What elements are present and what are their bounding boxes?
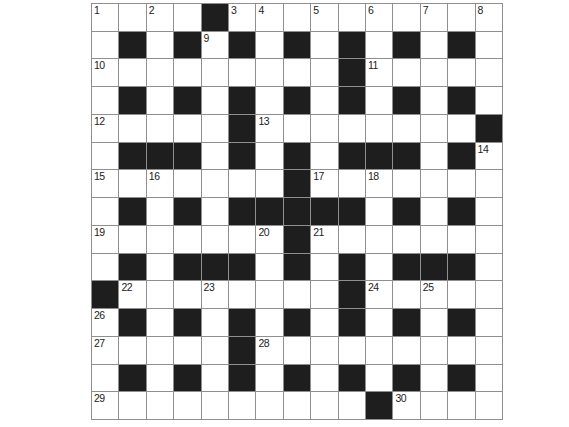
- white-cell-r9c14[interactable]: [448, 226, 474, 253]
- white-cell-r5c8[interactable]: [284, 115, 310, 142]
- clue-number-23: 23: [204, 281, 215, 293]
- clue-number-7: 7: [423, 4, 428, 16]
- white-cell-r5c10[interactable]: [339, 115, 365, 142]
- white-cell-r12c5[interactable]: [202, 309, 228, 336]
- white-cell-r5c11[interactable]: [366, 115, 392, 142]
- black-cell-r6c11: [366, 143, 392, 170]
- white-cell-r5c12[interactable]: [393, 115, 419, 142]
- black-cell-r4c8: [284, 87, 310, 114]
- black-cell-r8c7: [256, 198, 282, 225]
- white-cell-r4c5[interactable]: [202, 87, 228, 114]
- black-cell-r8c12: [393, 198, 419, 225]
- white-cell-r6c13[interactable]: [421, 143, 447, 170]
- white-cell-r5c5[interactable]: [202, 115, 228, 142]
- black-cell-r10c2: [119, 254, 145, 281]
- clue-number-6: 6: [368, 4, 373, 16]
- white-cell-r9c11[interactable]: [366, 226, 392, 253]
- white-cell-r9c3[interactable]: [147, 226, 173, 253]
- white-cell-r9c15[interactable]: [476, 226, 502, 253]
- black-cell-r8c10: [339, 198, 365, 225]
- black-cell-r10c6: [229, 254, 255, 281]
- white-cell-r15c3[interactable]: [147, 392, 173, 419]
- white-cell-r8c5[interactable]: [202, 198, 228, 225]
- black-cell-r14c2: [119, 365, 145, 392]
- white-cell-r3c15[interactable]: [476, 59, 502, 86]
- clue-number-10: 10: [94, 59, 105, 71]
- white-cell-r14c5[interactable]: [202, 365, 228, 392]
- black-cell-r6c14: [448, 143, 474, 170]
- white-cell-r9c7[interactable]: 20: [256, 226, 282, 253]
- clue-number-5: 5: [313, 4, 318, 16]
- clue-number-8: 8: [478, 4, 483, 16]
- white-cell-r7c10[interactable]: [339, 170, 365, 197]
- black-cell-r11c10: [339, 281, 365, 308]
- white-cell-r13c7[interactable]: 28: [256, 337, 282, 364]
- white-cell-r7c2[interactable]: [119, 170, 145, 197]
- black-cell-r6c3: [147, 143, 173, 170]
- white-cell-r15c8[interactable]: [284, 392, 310, 419]
- clue-number-20: 20: [258, 226, 269, 238]
- white-cell-r2c9[interactable]: [311, 32, 337, 59]
- white-cell-r9c5[interactable]: [202, 226, 228, 253]
- clue-number-12: 12: [94, 115, 105, 127]
- white-cell-r5c9[interactable]: [311, 115, 337, 142]
- white-cell-r13c9[interactable]: [311, 337, 337, 364]
- black-cell-r5c6: [229, 115, 255, 142]
- white-cell-r12c11[interactable]: [366, 309, 392, 336]
- black-cell-r14c8: [284, 365, 310, 392]
- white-cell-r1c9[interactable]: 5: [311, 4, 337, 31]
- black-cell-r10c14: [448, 254, 474, 281]
- white-cell-r1c4[interactable]: [174, 4, 200, 31]
- black-cell-r4c10: [339, 87, 365, 114]
- white-cell-r7c4[interactable]: [174, 170, 200, 197]
- white-cell-r14c3[interactable]: [147, 365, 173, 392]
- black-cell-r3c10: [339, 59, 365, 86]
- white-cell-r15c13[interactable]: [421, 392, 447, 419]
- clue-number-3: 3: [231, 4, 236, 16]
- white-cell-r4c3[interactable]: [147, 87, 173, 114]
- white-cell-r5c7[interactable]: 13: [256, 115, 282, 142]
- white-cell-r13c12[interactable]: [393, 337, 419, 364]
- black-cell-r7c8: [284, 170, 310, 197]
- white-cell-r13c8[interactable]: [284, 337, 310, 364]
- white-cell-r3c4[interactable]: [174, 59, 200, 86]
- black-cell-r8c6: [229, 198, 255, 225]
- white-cell-r7c14[interactable]: [448, 170, 474, 197]
- white-cell-r11c5[interactable]: 23: [202, 281, 228, 308]
- white-cell-r5c2[interactable]: [119, 115, 145, 142]
- black-cell-r2c8: [284, 32, 310, 59]
- clue-number-13: 13: [258, 115, 269, 127]
- black-cell-r4c2: [119, 87, 145, 114]
- white-cell-r9c9[interactable]: 21: [311, 226, 337, 253]
- black-cell-r4c6: [229, 87, 255, 114]
- black-cell-r8c2: [119, 198, 145, 225]
- white-cell-r6c5[interactable]: [202, 143, 228, 170]
- white-cell-r14c13[interactable]: [421, 365, 447, 392]
- white-cell-r8c1[interactable]: [92, 198, 118, 225]
- black-cell-r10c8: [284, 254, 310, 281]
- white-cell-r12c7[interactable]: [256, 309, 282, 336]
- clue-number-11: 11: [368, 59, 378, 71]
- white-cell-r15c2[interactable]: [119, 392, 145, 419]
- white-cell-r9c10[interactable]: [339, 226, 365, 253]
- clue-number-9: 9: [204, 32, 209, 44]
- white-cell-r13c13[interactable]: [421, 337, 447, 364]
- white-cell-r14c7[interactable]: [256, 365, 282, 392]
- clue-number-22: 22: [121, 281, 132, 293]
- white-cell-r15c4[interactable]: [174, 392, 200, 419]
- black-cell-r2c4: [174, 32, 200, 59]
- white-cell-r9c4[interactable]: [174, 226, 200, 253]
- white-cell-r6c15[interactable]: 14: [476, 143, 502, 170]
- white-cell-r7c3[interactable]: 16: [147, 170, 173, 197]
- white-cell-r13c10[interactable]: [339, 337, 365, 364]
- black-cell-r8c4: [174, 198, 200, 225]
- white-cell-r15c1[interactable]: 29: [92, 392, 118, 419]
- black-cell-r15c11: [366, 392, 392, 419]
- black-cell-r1c5: [202, 4, 228, 31]
- white-cell-r13c2[interactable]: [119, 337, 145, 364]
- black-cell-r2c2: [119, 32, 145, 59]
- white-cell-r12c15[interactable]: [476, 309, 502, 336]
- white-cell-r8c15[interactable]: [476, 198, 502, 225]
- white-cell-r15c10[interactable]: [339, 392, 365, 419]
- black-cell-r8c9: [311, 198, 337, 225]
- white-cell-r5c3[interactable]: [147, 115, 173, 142]
- clue-number-28: 28: [258, 337, 269, 349]
- white-cell-r11c11[interactable]: 24: [366, 281, 392, 308]
- clue-number-16: 16: [149, 170, 160, 182]
- white-cell-r15c7[interactable]: [256, 392, 282, 419]
- white-cell-r10c9[interactable]: [311, 254, 337, 281]
- white-cell-r4c1[interactable]: [92, 87, 118, 114]
- black-cell-r14c12: [393, 365, 419, 392]
- white-cell-r9c13[interactable]: [421, 226, 447, 253]
- clue-number-1: 1: [94, 4, 99, 16]
- clue-number-18: 18: [368, 170, 379, 182]
- white-cell-r14c1[interactable]: [92, 365, 118, 392]
- white-cell-r5c4[interactable]: [174, 115, 200, 142]
- white-cell-r15c15[interactable]: [476, 392, 502, 419]
- white-cell-r1c8[interactable]: [284, 4, 310, 31]
- white-cell-r6c1[interactable]: [92, 143, 118, 170]
- white-cell-r10c11[interactable]: [366, 254, 392, 281]
- black-cell-r2c6: [229, 32, 255, 59]
- clue-number-21: 21: [313, 226, 324, 238]
- white-cell-r5c13[interactable]: [421, 115, 447, 142]
- white-cell-r1c14[interactable]: [448, 4, 474, 31]
- black-cell-r14c14: [448, 365, 474, 392]
- white-cell-r13c4[interactable]: [174, 337, 200, 364]
- white-cell-r3c14[interactable]: [448, 59, 474, 86]
- white-cell-r13c1[interactable]: 27: [92, 337, 118, 364]
- white-cell-r9c12[interactable]: [393, 226, 419, 253]
- black-cell-r2c12: [393, 32, 419, 59]
- crossword-grid: 1234567891011121314151617181920212223242…: [91, 3, 503, 420]
- black-cell-r8c8: [284, 198, 310, 225]
- white-cell-r7c1[interactable]: 15: [92, 170, 118, 197]
- black-cell-r10c5: [202, 254, 228, 281]
- white-cell-r7c9[interactable]: 17: [311, 170, 337, 197]
- white-cell-r2c15[interactable]: [476, 32, 502, 59]
- black-cell-r12c10: [339, 309, 365, 336]
- clue-number-30: 30: [395, 392, 406, 404]
- white-cell-r4c9[interactable]: [311, 87, 337, 114]
- black-cell-r14c10: [339, 365, 365, 392]
- black-cell-r2c10: [339, 32, 365, 59]
- clue-number-25: 25: [423, 281, 434, 293]
- white-cell-r13c3[interactable]: [147, 337, 173, 364]
- black-cell-r4c4: [174, 87, 200, 114]
- white-cell-r3c5[interactable]: [202, 59, 228, 86]
- white-cell-r10c15[interactable]: [476, 254, 502, 281]
- white-cell-r4c13[interactable]: [421, 87, 447, 114]
- black-cell-r6c12: [393, 143, 419, 170]
- black-cell-r6c2: [119, 143, 145, 170]
- white-cell-r9c2[interactable]: [119, 226, 145, 253]
- white-cell-r7c5[interactable]: [202, 170, 228, 197]
- white-cell-r8c13[interactable]: [421, 198, 447, 225]
- white-cell-r7c13[interactable]: [421, 170, 447, 197]
- white-cell-r11c6[interactable]: [229, 281, 255, 308]
- white-cell-r11c8[interactable]: [284, 281, 310, 308]
- white-cell-r1c13[interactable]: 7: [421, 4, 447, 31]
- clue-number-2: 2: [149, 4, 154, 16]
- white-cell-r3c3[interactable]: [147, 59, 173, 86]
- white-cell-r11c15[interactable]: [476, 281, 502, 308]
- black-cell-r12c12: [393, 309, 419, 336]
- white-cell-r11c9[interactable]: [311, 281, 337, 308]
- white-cell-r13c15[interactable]: [476, 337, 502, 364]
- white-cell-r3c6[interactable]: [229, 59, 255, 86]
- white-cell-r7c11[interactable]: 18: [366, 170, 392, 197]
- white-cell-r8c3[interactable]: [147, 198, 173, 225]
- white-cell-r14c11[interactable]: [366, 365, 392, 392]
- white-cell-r12c3[interactable]: [147, 309, 173, 336]
- black-cell-r11c1: [92, 281, 118, 308]
- clue-number-17: 17: [313, 170, 324, 182]
- white-cell-r3c9[interactable]: [311, 59, 337, 86]
- white-cell-r15c12[interactable]: 30: [393, 392, 419, 419]
- white-cell-r9c6[interactable]: [229, 226, 255, 253]
- white-cell-r4c15[interactable]: [476, 87, 502, 114]
- white-cell-r10c1[interactable]: [92, 254, 118, 281]
- white-cell-r11c2[interactable]: 22: [119, 281, 145, 308]
- white-cell-r2c13[interactable]: [421, 32, 447, 59]
- white-cell-r12c9[interactable]: [311, 309, 337, 336]
- white-cell-r12c1[interactable]: 26: [92, 309, 118, 336]
- white-cell-r2c11[interactable]: [366, 32, 392, 59]
- white-cell-r1c10[interactable]: [339, 4, 365, 31]
- black-cell-r9c8: [284, 226, 310, 253]
- white-cell-r5c1[interactable]: 12: [92, 115, 118, 142]
- white-cell-r11c3[interactable]: [147, 281, 173, 308]
- white-cell-r1c6[interactable]: 3: [229, 4, 255, 31]
- white-cell-r14c15[interactable]: [476, 365, 502, 392]
- white-cell-r10c3[interactable]: [147, 254, 173, 281]
- white-cell-r13c14[interactable]: [448, 337, 474, 364]
- clue-number-24: 24: [368, 281, 379, 293]
- white-cell-r2c3[interactable]: [147, 32, 173, 59]
- black-cell-r6c4: [174, 143, 200, 170]
- black-cell-r2c14: [448, 32, 474, 59]
- white-cell-r3c1[interactable]: 10: [92, 59, 118, 86]
- white-cell-r13c11[interactable]: [366, 337, 392, 364]
- black-cell-r8c14: [448, 198, 474, 225]
- clue-number-29: 29: [94, 392, 105, 404]
- black-cell-r4c12: [393, 87, 419, 114]
- white-cell-r4c7[interactable]: [256, 87, 282, 114]
- white-cell-r12c13[interactable]: [421, 309, 447, 336]
- white-cell-r11c7[interactable]: [256, 281, 282, 308]
- white-cell-r3c11[interactable]: 11: [366, 59, 392, 86]
- white-cell-r6c9[interactable]: [311, 143, 337, 170]
- white-cell-r2c7[interactable]: [256, 32, 282, 59]
- black-cell-r12c4: [174, 309, 200, 336]
- white-cell-r1c1[interactable]: 1: [92, 4, 118, 31]
- clue-number-4: 4: [258, 4, 263, 16]
- black-cell-r10c12: [393, 254, 419, 281]
- clue-number-15: 15: [94, 170, 105, 182]
- white-cell-r2c1[interactable]: [92, 32, 118, 59]
- white-cell-r2c5[interactable]: 9: [202, 32, 228, 59]
- white-cell-r7c6[interactable]: [229, 170, 255, 197]
- black-cell-r10c4: [174, 254, 200, 281]
- white-cell-r11c12[interactable]: [393, 281, 419, 308]
- black-cell-r6c8: [284, 143, 310, 170]
- black-cell-r12c6: [229, 309, 255, 336]
- white-cell-r3c7[interactable]: [256, 59, 282, 86]
- clue-number-26: 26: [94, 309, 105, 321]
- black-cell-r12c8: [284, 309, 310, 336]
- white-cell-r15c6[interactable]: [229, 392, 255, 419]
- black-cell-r6c10: [339, 143, 365, 170]
- black-cell-r13c6: [229, 337, 255, 364]
- white-cell-r1c11[interactable]: 6: [366, 4, 392, 31]
- white-cell-r15c9[interactable]: [311, 392, 337, 419]
- white-cell-r7c15[interactable]: [476, 170, 502, 197]
- white-cell-r11c13[interactable]: 25: [421, 281, 447, 308]
- black-cell-r10c13: [421, 254, 447, 281]
- white-cell-r9c1[interactable]: 19: [92, 226, 118, 253]
- white-cell-r4c11[interactable]: [366, 87, 392, 114]
- white-cell-r5c14[interactable]: [448, 115, 474, 142]
- white-cell-r3c2[interactable]: [119, 59, 145, 86]
- white-cell-r8c11[interactable]: [366, 198, 392, 225]
- black-cell-r10c10: [339, 254, 365, 281]
- white-cell-r1c15[interactable]: 8: [476, 4, 502, 31]
- white-cell-r15c14[interactable]: [448, 392, 474, 419]
- clue-number-14: 14: [478, 143, 489, 155]
- black-cell-r14c4: [174, 365, 200, 392]
- black-cell-r6c6: [229, 143, 255, 170]
- white-cell-r14c9[interactable]: [311, 365, 337, 392]
- white-cell-r1c7[interactable]: 4: [256, 4, 282, 31]
- white-cell-r11c4[interactable]: [174, 281, 200, 308]
- white-cell-r3c12[interactable]: [393, 59, 419, 86]
- white-cell-r15c5[interactable]: [202, 392, 228, 419]
- black-cell-r5c15: [476, 115, 502, 142]
- white-cell-r6c7[interactable]: [256, 143, 282, 170]
- white-cell-r11c14[interactable]: [448, 281, 474, 308]
- white-cell-r10c7[interactable]: [256, 254, 282, 281]
- white-cell-r7c12[interactable]: [393, 170, 419, 197]
- black-cell-r4c14: [448, 87, 474, 114]
- white-cell-r1c12[interactable]: [393, 4, 419, 31]
- white-cell-r1c3[interactable]: 2: [147, 4, 173, 31]
- black-cell-r12c14: [448, 309, 474, 336]
- white-cell-r1c2[interactable]: [119, 4, 145, 31]
- white-cell-r13c5[interactable]: [202, 337, 228, 364]
- black-cell-r14c6: [229, 365, 255, 392]
- clue-number-19: 19: [94, 226, 105, 238]
- white-cell-r3c8[interactable]: [284, 59, 310, 86]
- white-cell-r3c13[interactable]: [421, 59, 447, 86]
- black-cell-r12c2: [119, 309, 145, 336]
- page-background: 1234567891011121314151617181920212223242…: [0, 0, 569, 427]
- clue-number-27: 27: [94, 337, 105, 349]
- white-cell-r7c7[interactable]: [256, 170, 282, 197]
